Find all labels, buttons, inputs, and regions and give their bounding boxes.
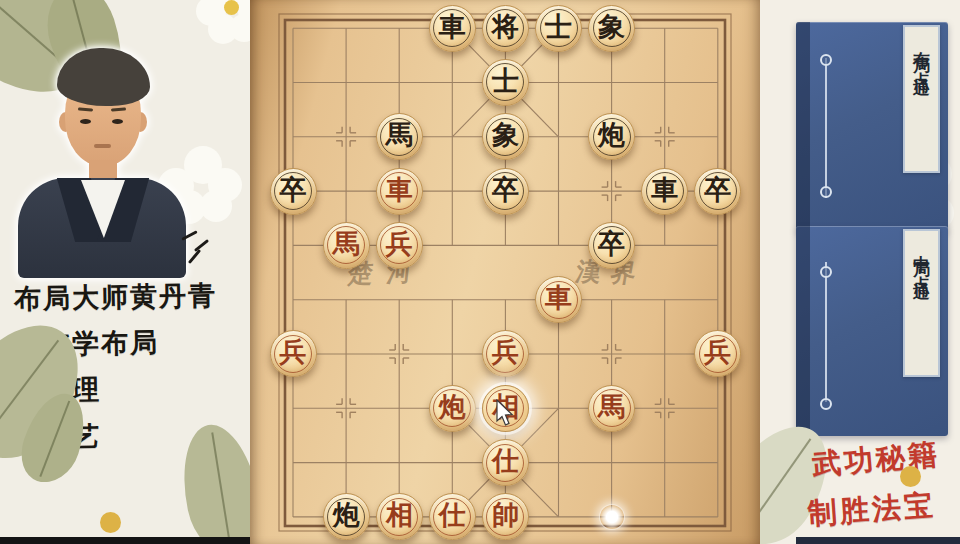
flower-decoration <box>196 0 250 44</box>
book-title: 中局一点通 <box>910 241 933 276</box>
mouse-cursor <box>495 399 515 429</box>
promo-line-1: 武功秘籍 <box>811 434 942 485</box>
piece-black-象[interactable]: 象 <box>588 5 635 52</box>
piece-red-馬[interactable]: 馬 <box>588 385 635 432</box>
piece-red-炮[interactable]: 炮 <box>429 385 476 432</box>
video-frame: 布局大师黄丹青 带您学布局 悟棋理 涨棋艺 楚河 漢界 車将士象士馬象炮卒車卒車… <box>0 0 960 544</box>
piece-layer: 車将士象士馬象炮卒車卒車卒馬兵卒車兵兵兵炮相馬仕炮相仕帥 <box>267 1 745 544</box>
piece-black-将[interactable]: 将 <box>482 5 529 52</box>
piece-black-車[interactable]: 車 <box>641 168 688 215</box>
dot-decoration <box>100 512 121 533</box>
piece-black-炮[interactable]: 炮 <box>323 493 370 540</box>
piece-black-卒[interactable]: 卒 <box>588 222 635 269</box>
piece-black-卒[interactable]: 卒 <box>270 168 317 215</box>
dot-decoration <box>900 466 921 487</box>
piece-black-卒[interactable]: 卒 <box>694 168 741 215</box>
presenter-panel: 布局大师黄丹青 带您学布局 悟棋理 涨棋艺 <box>0 0 250 544</box>
piece-red-仕[interactable]: 仕 <box>429 493 476 540</box>
piece-red-兵[interactable]: 兵 <box>694 330 741 377</box>
piece-black-士[interactable]: 士 <box>482 59 529 106</box>
piece-red-兵[interactable]: 兵 <box>270 330 317 377</box>
letterbox-bar <box>0 537 250 544</box>
piece-black-象[interactable]: 象 <box>482 113 529 160</box>
piece-red-車[interactable]: 車 <box>376 168 423 215</box>
books-panel: 布局一点通 中局一点通 武功秘籍 制胜法宝 <box>760 0 960 544</box>
caption-line-1: 布局大师黄丹青 <box>14 282 250 313</box>
piece-black-車[interactable]: 車 <box>429 5 476 52</box>
piece-red-帥[interactable]: 帥 <box>482 493 529 540</box>
book-opening-guide: 布局一点通 <box>796 22 948 232</box>
piece-black-馬[interactable]: 馬 <box>376 113 423 160</box>
piece-black-士[interactable]: 士 <box>535 5 582 52</box>
presenter-photo <box>8 36 193 274</box>
xiangqi-board[interactable]: 楚河 漢界 車将士象士馬象炮卒車卒車卒馬兵卒車兵兵兵炮相馬仕炮相仕帥 <box>250 0 760 544</box>
book-title: 布局一点通 <box>910 37 933 72</box>
piece-red-車[interactable]: 車 <box>535 276 582 323</box>
piece-red-相[interactable]: 相 <box>376 493 423 540</box>
piece-red-兵[interactable]: 兵 <box>376 222 423 269</box>
piece-black-炮[interactable]: 炮 <box>588 113 635 160</box>
promo-line-2: 制胜法宝 <box>807 486 937 535</box>
piece-red-馬[interactable]: 馬 <box>323 222 370 269</box>
piece-red-兵[interactable]: 兵 <box>482 330 529 377</box>
piece-black-卒[interactable]: 卒 <box>482 168 529 215</box>
move-hint-dot[interactable] <box>600 505 624 529</box>
book-midgame-guide: 中局一点通 <box>796 226 948 436</box>
piece-red-仕[interactable]: 仕 <box>482 439 529 486</box>
book-edge-bar <box>796 537 960 544</box>
